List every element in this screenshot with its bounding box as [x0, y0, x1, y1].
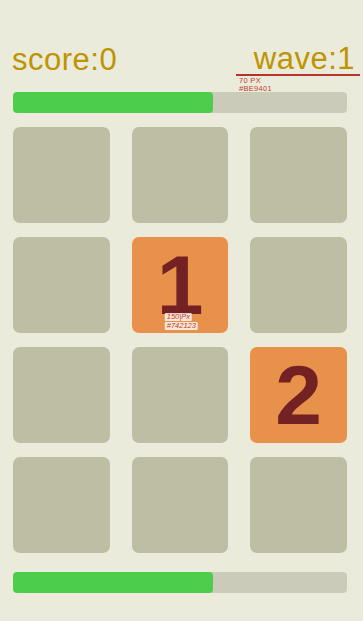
wave-progress-bar-bottom	[13, 572, 347, 593]
tile-r4c1-empty[interactable]	[13, 457, 110, 553]
tile-r4c3-empty[interactable]	[250, 457, 347, 553]
tile-r2c3-empty[interactable]	[250, 237, 347, 333]
tile-r1c3-empty[interactable]	[250, 127, 347, 223]
tile-redline-annotation: 150|Px #742123	[165, 313, 198, 330]
wave-progress-bar-top	[13, 92, 347, 113]
tile-r2c2-value-1[interactable]: 1 150|Px #742123	[132, 237, 229, 333]
tile-r1c2-empty[interactable]	[132, 127, 229, 223]
tile-redline-color: #742123	[165, 322, 198, 330]
wave-label: wave:1	[254, 43, 355, 75]
tile-r1c1-empty[interactable]	[13, 127, 110, 223]
game-board[interactable]: 1 150|Px #742123 2	[13, 127, 347, 553]
wave-redline-annotation: 70 PX #BE9401	[239, 77, 272, 93]
tile-r4c2-empty[interactable]	[132, 457, 229, 553]
tile-r2c1-empty[interactable]	[13, 237, 110, 333]
wave-progress-fill-bottom	[13, 572, 213, 593]
tile-digit-2: 2	[275, 347, 322, 443]
wave-progress-fill-top	[13, 92, 213, 113]
tile-r3c2-empty[interactable]	[132, 347, 229, 443]
score-label: score:0	[12, 44, 117, 76]
tile-redline-size: 150|Px	[165, 313, 192, 321]
tile-r3c3-value-2[interactable]: 2	[250, 347, 347, 443]
tile-r3c1-empty[interactable]	[13, 347, 110, 443]
